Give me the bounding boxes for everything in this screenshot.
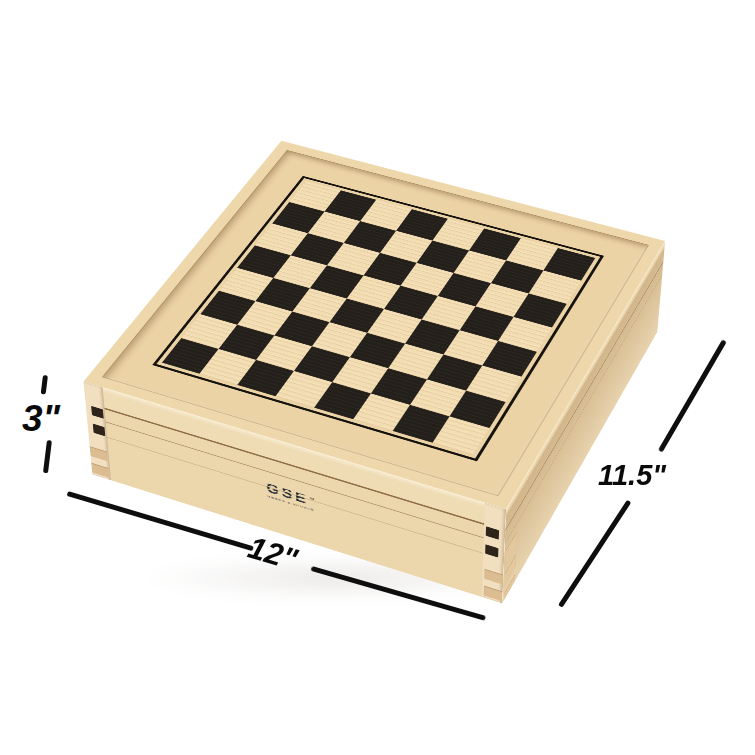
square-a2 xyxy=(181,314,237,349)
wooden-game-box: GSE™ GAMES & SPORTS xyxy=(84,141,666,509)
depth-dimension-label: 11.5" xyxy=(598,459,666,492)
square-e1 xyxy=(314,382,371,419)
gse-logo: GSE™ GAMES & SPORTS xyxy=(266,480,315,512)
square-b1 xyxy=(199,349,256,385)
square-f3 xyxy=(388,344,443,380)
square-h1 xyxy=(433,416,490,454)
trademark-symbol: ™ xyxy=(309,496,315,502)
square-d1 xyxy=(276,371,333,408)
square-f4 xyxy=(405,320,460,355)
square-f1 xyxy=(353,393,410,430)
square-e2 xyxy=(332,357,388,393)
height-dimension-line-top xyxy=(41,375,48,394)
square-h4 xyxy=(482,341,537,377)
square-g4 xyxy=(443,330,498,365)
square-g3 xyxy=(427,355,482,391)
square-c2 xyxy=(256,335,312,371)
square-h5 xyxy=(498,317,552,352)
depth-dimension-line-top xyxy=(658,339,727,452)
square-e3 xyxy=(350,333,405,368)
square-g1 xyxy=(393,405,450,443)
square-h3 xyxy=(466,366,521,403)
square-g2 xyxy=(410,379,466,416)
square-c1 xyxy=(237,360,294,396)
square-f2 xyxy=(371,368,427,405)
height-dimension-line-bottom xyxy=(43,440,52,473)
square-h2 xyxy=(450,391,506,428)
square-c3 xyxy=(274,312,329,347)
scene: GSE™ GAMES & SPORTS xyxy=(164,89,604,529)
square-d3 xyxy=(312,322,367,357)
product-photo: GSE™ GAMES & SPORTS 3" 12" 11.5" xyxy=(0,0,755,755)
height-dimension-label: 3" xyxy=(22,398,60,440)
square-d2 xyxy=(294,346,350,382)
square-b2 xyxy=(219,325,275,360)
square-a1 xyxy=(162,338,219,374)
